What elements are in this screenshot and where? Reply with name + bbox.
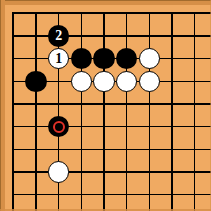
white-stone-E16	[93, 71, 115, 93]
black-stone-B16	[25, 71, 47, 93]
white-stone-C17: 1	[48, 48, 70, 70]
white-stone-D16	[71, 71, 93, 93]
black-stone-C18: 2	[48, 25, 70, 47]
white-stone-C12	[48, 161, 70, 183]
white-stone-G17	[139, 48, 161, 70]
black-stone-D17	[71, 48, 93, 70]
board-frame-left	[0, 0, 5, 211]
image-edge-bottom	[0, 209, 211, 211]
board-frame-top	[0, 0, 211, 5]
image-edge-right	[210, 0, 211, 211]
black-stone-C14	[48, 116, 70, 138]
move-number-label: 1	[55, 51, 62, 65]
circle-marker-icon	[53, 121, 65, 133]
black-stone-E17	[93, 48, 115, 70]
white-stone-F16	[116, 71, 138, 93]
move-number-label: 2	[55, 28, 62, 42]
white-stone-G16	[139, 71, 161, 93]
black-stone-F17	[116, 48, 138, 70]
go-board-grid: 21	[2, 2, 206, 206]
go-board-diagram: 21	[0, 0, 211, 211]
